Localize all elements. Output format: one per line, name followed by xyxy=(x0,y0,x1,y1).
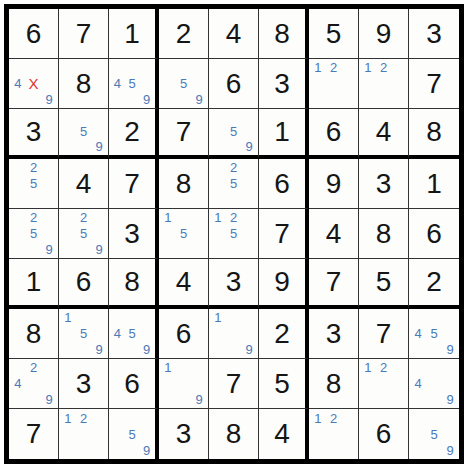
cell-r6c2[interactable]: 6 xyxy=(59,259,109,309)
candidate-9: 9 xyxy=(442,341,458,357)
cell-r2c6[interactable]: 3 xyxy=(259,59,309,109)
cell-value: 8 xyxy=(274,20,290,48)
cell-r9c9[interactable]: 59 xyxy=(409,409,459,459)
cell-value: 3 xyxy=(326,320,342,348)
candidate-9: 9 xyxy=(241,341,257,357)
cell-value: 4 xyxy=(76,170,92,198)
candidate-4: 4 xyxy=(410,376,426,392)
cell-r8c9[interactable]: 49 xyxy=(409,359,459,409)
cell-r5c1[interactable]: 259 xyxy=(9,209,59,259)
cell-r2c3[interactable]: 459 xyxy=(109,59,159,109)
cell-value: 8 xyxy=(376,220,392,248)
cell-r1c3[interactable]: 1 xyxy=(109,9,159,59)
candidate-1: 1 xyxy=(360,60,376,76)
cell-value: 7 xyxy=(274,220,290,248)
cell-r7c9[interactable]: 459 xyxy=(409,309,459,359)
candidate-1: 1 xyxy=(210,310,226,326)
cell-r7c5[interactable]: 19 xyxy=(209,309,259,359)
cell-r9c6[interactable]: 4 xyxy=(259,409,309,459)
cell-r3c2[interactable]: 59 xyxy=(59,109,109,159)
candidate-9: 9 xyxy=(91,241,107,257)
cell-value: 7 xyxy=(176,118,192,146)
cell-r2c9[interactable]: 7 xyxy=(409,59,459,109)
candidate-9: 9 xyxy=(41,241,57,257)
cell-r4c4[interactable]: 8 xyxy=(159,159,209,209)
cell-value: 4 xyxy=(326,220,342,248)
cell-value: 2 xyxy=(426,268,442,296)
cell-value: 6 xyxy=(226,70,242,98)
pencil-marks: 59 xyxy=(210,110,257,154)
pencil-marks: 125 xyxy=(210,210,257,257)
cell-r6c1[interactable]: 1 xyxy=(9,259,59,309)
pencil-marks: 15 xyxy=(160,210,207,257)
cell-r4c6[interactable]: 6 xyxy=(259,159,309,209)
pencil-marks: 12 xyxy=(360,60,407,107)
cell-r7c6[interactable]: 2 xyxy=(259,309,309,359)
cell-r5c7[interactable]: 4 xyxy=(309,209,359,259)
cell-r9c4[interactable]: 3 xyxy=(159,409,209,459)
cell-r2c4[interactable]: 59 xyxy=(159,59,209,109)
cell-value: 6 xyxy=(274,170,290,198)
cell-r8c8[interactable]: 12 xyxy=(359,359,409,409)
cell-value: 3 xyxy=(274,70,290,98)
cell-r9c7[interactable]: 12 xyxy=(309,409,359,459)
candidate-2: 2 xyxy=(26,160,42,176)
pencil-marks: 59 xyxy=(160,60,207,107)
cell-r9c8[interactable]: 6 xyxy=(359,409,409,459)
cell-value: 8 xyxy=(124,268,140,296)
candidate-2: 2 xyxy=(76,410,92,426)
cell-value: 1 xyxy=(124,20,140,48)
pencil-marks: 459 xyxy=(410,310,458,357)
cell-r8c5[interactable]: 7 xyxy=(209,359,259,409)
cell-value: 8 xyxy=(426,118,442,146)
cell-value: 4 xyxy=(226,20,242,48)
candidate-5: 5 xyxy=(76,326,92,342)
candidate-2: 2 xyxy=(226,160,242,176)
candidate-4: 4 xyxy=(10,376,26,392)
candidate-5: 5 xyxy=(426,426,442,442)
cell-r7c2[interactable]: 159 xyxy=(59,309,109,359)
cell-r4c1[interactable]: 25 xyxy=(9,159,59,209)
candidate-2: 2 xyxy=(26,210,42,226)
candidate-9: 9 xyxy=(41,391,57,407)
cell-value: 3 xyxy=(124,220,140,248)
pencil-marks: 19 xyxy=(210,310,257,357)
candidate-1: 1 xyxy=(60,310,76,326)
candidate-9: 9 xyxy=(91,341,107,357)
cell-r8c2[interactable]: 3 xyxy=(59,359,109,409)
candidate-2: 2 xyxy=(326,60,342,76)
cell-value: 3 xyxy=(76,370,92,398)
pencil-marks: 59 xyxy=(60,110,107,154)
cell-value: 2 xyxy=(176,20,192,48)
cell-r4c7[interactable]: 9 xyxy=(309,159,359,209)
cell-value: 7 xyxy=(426,70,442,98)
cell-value: 7 xyxy=(124,170,140,198)
candidate-4: 4 xyxy=(110,326,125,342)
candidate-9: 9 xyxy=(442,391,458,407)
cell-r1c7[interactable]: 5 xyxy=(309,9,359,59)
candidate-5: 5 xyxy=(76,125,92,140)
cell-r5c8[interactable]: 8 xyxy=(359,209,409,259)
candidate-5: 5 xyxy=(125,76,140,92)
candidate-9: 9 xyxy=(241,139,257,154)
pencil-marks: 259 xyxy=(60,210,107,257)
pencil-marks: 159 xyxy=(60,310,107,357)
candidate-2: 2 xyxy=(326,410,342,426)
pencil-marks: 59 xyxy=(410,410,458,458)
cell-value: 5 xyxy=(274,370,290,398)
candidate-9: 9 xyxy=(191,391,207,407)
cell-value: 5 xyxy=(376,268,392,296)
cell-value: 5 xyxy=(326,20,342,48)
cell-r6c6[interactable]: 9 xyxy=(259,259,309,309)
cell-r6c4[interactable]: 4 xyxy=(159,259,209,309)
cell-r2c8[interactable]: 12 xyxy=(359,59,409,109)
cell-value: 3 xyxy=(426,20,442,48)
cell-r8c7[interactable]: 8 xyxy=(309,359,359,409)
cell-r9c3[interactable]: 59 xyxy=(109,409,159,459)
cell-value: 3 xyxy=(376,170,392,198)
candidate-1: 1 xyxy=(310,60,326,76)
cell-value: 6 xyxy=(176,320,192,348)
cell-r5c6[interactable]: 7 xyxy=(259,209,309,259)
cell-r3c5[interactable]: 59 xyxy=(209,109,259,159)
cell-value: 8 xyxy=(76,70,92,98)
cell-r8c6[interactable]: 5 xyxy=(259,359,309,409)
cell-r6c5[interactable]: 3 xyxy=(209,259,259,309)
cell-value: 6 xyxy=(76,268,92,296)
pencil-marks: 12 xyxy=(60,410,107,458)
pencil-marks: 459 xyxy=(110,310,154,357)
candidate-9: 9 xyxy=(442,442,458,458)
candidate-9: 9 xyxy=(139,442,154,458)
candidate-9: 9 xyxy=(139,91,154,107)
candidate-5: 5 xyxy=(125,326,140,342)
cell-r6c8[interactable]: 5 xyxy=(359,259,409,309)
cell-r7c8[interactable]: 7 xyxy=(359,309,409,359)
cell-r4c5[interactable]: 25 xyxy=(209,159,259,209)
cell-r1c5[interactable]: 4 xyxy=(209,9,259,59)
cell-value: 4 xyxy=(274,420,290,448)
cell-value: 7 xyxy=(326,268,342,296)
sudoku-board: 67124859349X8459596312127359275916482547… xyxy=(4,4,464,464)
cell-r3c3[interactable]: 2 xyxy=(109,109,159,159)
cell-r9c2[interactable]: 12 xyxy=(59,409,109,459)
pencil-marks: 25 xyxy=(10,160,57,207)
cell-r2c7[interactable]: 12 xyxy=(309,59,359,109)
candidate-5: 5 xyxy=(176,76,192,92)
candidate-2: 2 xyxy=(226,210,242,226)
pencil-marks: 59 xyxy=(110,410,154,458)
cell-r1c2[interactable]: 7 xyxy=(59,9,109,59)
pencil-marks: 249 xyxy=(10,360,57,407)
cell-r6c3[interactable]: 8 xyxy=(109,259,159,309)
cell-r6c7[interactable]: 7 xyxy=(309,259,359,309)
cell-value: 3 xyxy=(226,268,242,296)
candidate-9: 9 xyxy=(139,341,154,357)
candidate-1: 1 xyxy=(360,360,376,376)
candidate-5: 5 xyxy=(226,125,242,140)
candidate-2: 2 xyxy=(76,210,92,226)
cell-value: 8 xyxy=(26,320,42,348)
cell-value: 6 xyxy=(426,220,442,248)
cell-r3c1[interactable]: 3 xyxy=(9,109,59,159)
cell-value: 9 xyxy=(274,268,290,296)
pencil-marks: 12 xyxy=(310,410,357,458)
cell-r1c9[interactable]: 3 xyxy=(409,9,459,59)
cell-r2c2[interactable]: 8 xyxy=(59,59,109,109)
pencil-marks: 19 xyxy=(160,360,207,407)
pencil-marks: 12 xyxy=(360,360,407,407)
candidate-5: 5 xyxy=(426,326,442,342)
cell-r5c9[interactable]: 6 xyxy=(409,209,459,259)
cell-r6c9[interactable]: 2 xyxy=(409,259,459,309)
cell-r2c1[interactable]: 49X xyxy=(9,59,59,109)
candidate-5: 5 xyxy=(125,426,140,442)
cell-r1c1[interactable]: 6 xyxy=(9,9,59,59)
candidate-2: 2 xyxy=(376,60,392,76)
cell-value: 7 xyxy=(226,370,242,398)
candidate-1: 1 xyxy=(210,210,226,226)
cell-value: 6 xyxy=(26,20,42,48)
cell-r1c6[interactable]: 8 xyxy=(259,9,309,59)
pencil-marks: 49X xyxy=(10,60,57,107)
candidate-9: 9 xyxy=(41,91,57,107)
cell-r5c5[interactable]: 125 xyxy=(209,209,259,259)
candidate-4: 4 xyxy=(110,76,125,92)
cell-r8c1[interactable]: 249 xyxy=(9,359,59,409)
cell-value: 7 xyxy=(26,420,42,448)
cell-r3c9[interactable]: 8 xyxy=(409,109,459,159)
cell-r5c2[interactable]: 259 xyxy=(59,209,109,259)
candidate-9: 9 xyxy=(191,91,207,107)
cell-value: 2 xyxy=(274,320,290,348)
candidate-1: 1 xyxy=(160,360,176,376)
candidate-2: 2 xyxy=(376,360,392,376)
candidate-2: 2 xyxy=(26,360,42,376)
candidate-5: 5 xyxy=(226,226,242,242)
cell-r4c2[interactable]: 4 xyxy=(59,159,109,209)
cell-r8c4[interactable]: 19 xyxy=(159,359,209,409)
cell-r3c4[interactable]: 7 xyxy=(159,109,209,159)
cell-value: 1 xyxy=(274,118,290,146)
cell-value: 8 xyxy=(226,420,242,448)
cell-r9c5[interactable]: 8 xyxy=(209,409,259,459)
candidate-5: 5 xyxy=(26,176,42,192)
cell-value: 9 xyxy=(376,20,392,48)
candidate-5: 5 xyxy=(76,226,92,242)
cell-value: 3 xyxy=(26,118,42,146)
candidate-5: 5 xyxy=(26,226,42,242)
cell-value: 9 xyxy=(326,170,342,198)
cell-r7c3[interactable]: 459 xyxy=(109,309,159,359)
cell-r4c8[interactable]: 3 xyxy=(359,159,409,209)
cell-value: 1 xyxy=(26,268,42,296)
cell-value: 3 xyxy=(176,420,192,448)
cell-value: 4 xyxy=(176,268,192,296)
cell-r7c7[interactable]: 3 xyxy=(309,309,359,359)
pencil-marks: 459 xyxy=(110,60,154,107)
cell-r5c4[interactable]: 15 xyxy=(159,209,209,259)
cell-r7c1[interactable]: 8 xyxy=(9,309,59,359)
cell-r3c7[interactable]: 6 xyxy=(309,109,359,159)
cell-r1c8[interactable]: 9 xyxy=(359,9,409,59)
cell-r4c3[interactable]: 7 xyxy=(109,159,159,209)
cell-value: 4 xyxy=(376,118,392,146)
cell-r2c5[interactable]: 6 xyxy=(209,59,259,109)
cell-r1c4[interactable]: 2 xyxy=(159,9,209,59)
pencil-marks: 49 xyxy=(410,360,458,407)
cell-value: 7 xyxy=(76,20,92,48)
candidate-1: 1 xyxy=(310,410,326,426)
cell-value: 1 xyxy=(426,170,442,198)
cell-value: 8 xyxy=(326,370,342,398)
cell-value: 2 xyxy=(124,118,140,146)
candidate-1: 1 xyxy=(160,210,176,226)
cell-r3c8[interactable]: 4 xyxy=(359,109,409,159)
candidate-9: 9 xyxy=(91,139,107,154)
cell-value: 6 xyxy=(326,118,342,146)
cell-value: 6 xyxy=(124,370,140,398)
cell-value: 6 xyxy=(376,420,392,448)
candidate-1: 1 xyxy=(60,410,76,426)
cell-r8c3[interactable]: 6 xyxy=(109,359,159,409)
eliminated-candidate-x-mark: X xyxy=(26,76,42,92)
candidate-5: 5 xyxy=(176,226,192,242)
cell-value: 8 xyxy=(176,170,192,198)
cell-r7c4[interactable]: 6 xyxy=(159,309,209,359)
cell-r3c6[interactable]: 1 xyxy=(259,109,309,159)
candidate-4: 4 xyxy=(410,326,426,342)
cell-r4c9[interactable]: 1 xyxy=(409,159,459,209)
pencil-marks: 25 xyxy=(210,160,257,207)
candidate-4: 4 xyxy=(10,76,26,92)
pencil-marks: 259 xyxy=(10,210,57,257)
cell-r9c1[interactable]: 7 xyxy=(9,409,59,459)
cell-r5c3[interactable]: 3 xyxy=(109,209,159,259)
pencil-marks: 12 xyxy=(310,60,357,107)
candidate-5: 5 xyxy=(226,176,242,192)
cell-value: 7 xyxy=(376,320,392,348)
